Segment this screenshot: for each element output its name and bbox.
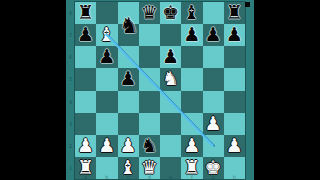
black-pawn-a7: ♟ — [77, 23, 94, 45]
square-c7[interactable] — [118, 24, 139, 46]
black-pawn-g7: ♟ — [205, 23, 222, 45]
square-d3[interactable] — [139, 113, 160, 135]
square-f8[interactable]: ♝ — [181, 2, 202, 24]
white-pawn-c2: ♟ — [120, 134, 137, 156]
square-h2[interactable]: ♟ — [224, 135, 245, 157]
square-d6[interactable] — [139, 46, 160, 68]
square-g5[interactable] — [203, 68, 224, 90]
square-e4[interactable] — [160, 91, 181, 113]
square-f5[interactable] — [181, 68, 202, 90]
rank-label-1: 1 — [66, 157, 75, 179]
square-h5[interactable] — [224, 68, 245, 90]
square-b3[interactable] — [96, 113, 117, 135]
square-a2[interactable]: ♟ — [75, 135, 96, 157]
square-h8[interactable]: ♜ — [224, 2, 245, 24]
white-bishop-b7: ♝ — [98, 23, 115, 45]
white-knight-e5: ♞ — [162, 67, 179, 89]
black-pawn-b6: ♟ — [98, 45, 115, 67]
square-b8[interactable] — [96, 2, 117, 24]
file-label-c: c — [118, 175, 139, 180]
rank-label-2: 2 — [66, 135, 75, 157]
board: ♜♛♚♝♜♟♝♟♟♟♟♟♟♞♟♟♟♟♞♟♟♜♝♛♜♚ — [75, 2, 245, 179]
black-pawn-c5: ♟ — [120, 67, 137, 89]
square-d8[interactable]: ♛ — [139, 2, 160, 24]
square-g6[interactable] — [203, 46, 224, 68]
white-pawn-f2: ♟ — [183, 134, 200, 156]
square-h6[interactable] — [224, 46, 245, 68]
white-pawn-a2: ♟ — [77, 134, 94, 156]
square-f4[interactable] — [181, 91, 202, 113]
rank-label-3: 3 — [66, 113, 75, 135]
square-e3[interactable] — [160, 113, 181, 135]
square-d7[interactable] — [139, 24, 160, 46]
square-a3[interactable] — [75, 113, 96, 135]
rank-label-7: 7 — [66, 24, 75, 46]
black-king-e8: ♚ — [162, 1, 179, 23]
square-b5[interactable] — [96, 68, 117, 90]
square-e6[interactable]: ♟ — [160, 46, 181, 68]
square-c8[interactable] — [118, 2, 139, 24]
white-pawn-b2: ♟ — [98, 134, 115, 156]
black-queen-d8: ♛ — [141, 1, 158, 23]
rank-label-5: 5 — [66, 68, 75, 90]
video-frame: 87654321 abcdefgh ♜♛♚♝♜♟♝♟♟♟♟♟♟♞♟♟♟♟♞♟♟♜… — [0, 0, 320, 180]
white-pawn-g3: ♟ — [205, 112, 222, 134]
square-g7[interactable]: ♟ — [203, 24, 224, 46]
square-g3[interactable]: ♟ — [203, 113, 224, 135]
square-h3[interactable] — [224, 113, 245, 135]
square-e8[interactable]: ♚ — [160, 2, 181, 24]
file-label-h: h — [224, 175, 245, 180]
file-coordinates: abcdefgh — [75, 175, 245, 180]
rank-coordinates: 87654321 — [66, 2, 75, 179]
square-f7[interactable]: ♟ — [181, 24, 202, 46]
black-pawn-f7: ♟ — [183, 23, 200, 45]
rank-label-4: 4 — [66, 91, 75, 113]
black-rook-h8: ♜ — [226, 1, 243, 23]
square-d2[interactable]: ♞ — [139, 135, 160, 157]
square-f6[interactable] — [181, 46, 202, 68]
square-c3[interactable] — [118, 113, 139, 135]
square-b4[interactable] — [96, 91, 117, 113]
square-f3[interactable] — [181, 113, 202, 135]
black-knight-d2: ♞ — [141, 134, 158, 156]
black-pawn-h7: ♟ — [226, 23, 243, 45]
square-b7[interactable]: ♝ — [96, 24, 117, 46]
square-c5[interactable]: ♟ — [118, 68, 139, 90]
black-rook-a8: ♜ — [77, 1, 94, 23]
square-b2[interactable]: ♟ — [96, 135, 117, 157]
square-c4[interactable] — [118, 91, 139, 113]
square-a5[interactable] — [75, 68, 96, 90]
square-e5[interactable]: ♞ — [160, 68, 181, 90]
black-bishop-f8: ♝ — [183, 1, 200, 23]
square-a6[interactable] — [75, 46, 96, 68]
rank-label-6: 6 — [66, 46, 75, 68]
square-a4[interactable] — [75, 91, 96, 113]
white-pawn-h2: ♟ — [226, 134, 243, 156]
square-f2[interactable]: ♟ — [181, 135, 202, 157]
file-label-d: d — [139, 175, 160, 180]
file-label-b: b — [96, 175, 117, 180]
square-e2[interactable] — [160, 135, 181, 157]
file-label-f: f — [181, 175, 202, 180]
square-d4[interactable] — [139, 91, 160, 113]
square-g8[interactable] — [203, 2, 224, 24]
square-h7[interactable]: ♟ — [224, 24, 245, 46]
square-c2[interactable]: ♟ — [118, 135, 139, 157]
black-pawn-e6: ♟ — [162, 45, 179, 67]
square-e7[interactable] — [160, 24, 181, 46]
square-d5[interactable] — [139, 68, 160, 90]
file-label-g: g — [203, 175, 224, 180]
square-a8[interactable]: ♜ — [75, 2, 96, 24]
square-b6[interactable]: ♟ — [96, 46, 117, 68]
square-a7[interactable]: ♟ — [75, 24, 96, 46]
file-label-a: a — [75, 175, 96, 180]
square-h4[interactable] — [224, 91, 245, 113]
file-label-e: e — [160, 175, 181, 180]
corner-dot — [245, 2, 250, 7]
square-g4[interactable] — [203, 91, 224, 113]
square-g2[interactable] — [203, 135, 224, 157]
square-c6[interactable] — [118, 46, 139, 68]
rank-label-8: 8 — [66, 2, 75, 24]
